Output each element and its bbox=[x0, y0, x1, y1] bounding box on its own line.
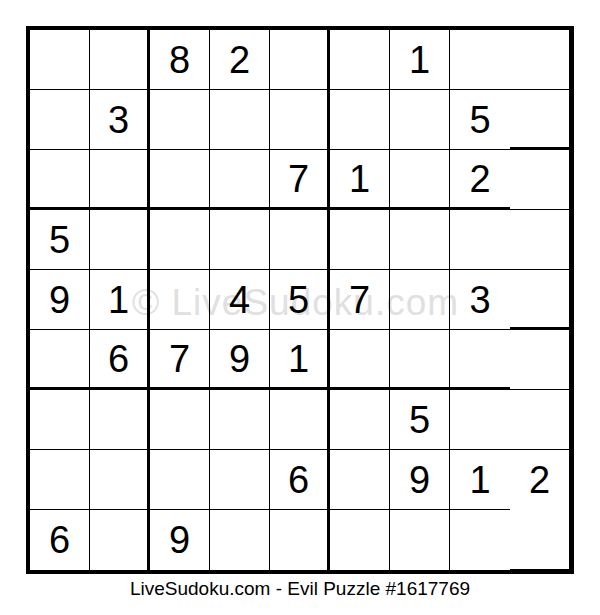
cell-r7c7[interactable]: 5 bbox=[390, 390, 450, 450]
cell-r9c8[interactable] bbox=[450, 510, 510, 570]
cell-r3c5[interactable]: 7 bbox=[270, 150, 330, 210]
cell-r6c2[interactable]: 6 bbox=[90, 330, 150, 390]
cell-r7c9[interactable] bbox=[510, 390, 570, 450]
cell-r7c1[interactable] bbox=[30, 390, 90, 450]
cell-r9c7[interactable] bbox=[390, 510, 450, 570]
cell-r5c7[interactable] bbox=[390, 270, 450, 330]
cell-r1c3[interactable]: 8 bbox=[150, 30, 210, 90]
cell-r5c6[interactable]: 7 bbox=[330, 270, 390, 330]
cell-r4c5[interactable] bbox=[270, 210, 330, 270]
cell-r1c5[interactable] bbox=[270, 30, 330, 90]
cell-r1c2[interactable] bbox=[90, 30, 150, 90]
cell-r5c9[interactable] bbox=[510, 270, 570, 330]
cell-r8c2[interactable] bbox=[90, 450, 150, 510]
cell-r7c3[interactable] bbox=[150, 390, 210, 450]
cell-r2c4[interactable] bbox=[210, 90, 270, 150]
cell-r8c8[interactable]: 1 bbox=[450, 450, 510, 510]
cell-r6c3[interactable]: 7 bbox=[150, 330, 210, 390]
cell-r2c1[interactable] bbox=[30, 90, 90, 150]
cell-r3c4[interactable] bbox=[210, 150, 270, 210]
cell-r2c6[interactable] bbox=[330, 90, 390, 150]
cell-r9c3[interactable]: 9 bbox=[150, 510, 210, 570]
cell-r2c3[interactable] bbox=[150, 90, 210, 150]
cell-r3c7[interactable] bbox=[390, 150, 450, 210]
cell-r7c2[interactable] bbox=[90, 390, 150, 450]
cell-r9c1[interactable]: 6 bbox=[30, 510, 90, 570]
cell-r3c2[interactable] bbox=[90, 150, 150, 210]
cell-r2c7[interactable] bbox=[390, 90, 450, 150]
cell-r1c6[interactable] bbox=[330, 30, 390, 90]
cell-r6c9[interactable] bbox=[510, 330, 570, 390]
cell-r3c3[interactable] bbox=[150, 150, 210, 210]
cell-r8c1[interactable] bbox=[30, 450, 90, 510]
cell-r9c4[interactable] bbox=[210, 510, 270, 570]
cell-r1c7[interactable]: 1 bbox=[390, 30, 450, 90]
cell-r6c5[interactable]: 1 bbox=[270, 330, 330, 390]
cell-r1c4[interactable]: 2 bbox=[210, 30, 270, 90]
cell-r7c4[interactable] bbox=[210, 390, 270, 450]
cell-r8c5[interactable]: 6 bbox=[270, 450, 330, 510]
cell-r4c6[interactable] bbox=[330, 210, 390, 270]
cell-r5c1[interactable]: 9 bbox=[30, 270, 90, 330]
cell-r4c4[interactable] bbox=[210, 210, 270, 270]
cell-r5c2[interactable]: 1 bbox=[90, 270, 150, 330]
cell-r3c9[interactable] bbox=[510, 150, 570, 210]
cell-r8c6[interactable] bbox=[330, 450, 390, 510]
cell-r4c8[interactable] bbox=[450, 210, 510, 270]
cell-r5c8[interactable]: 3 bbox=[450, 270, 510, 330]
cell-r6c1[interactable] bbox=[30, 330, 90, 390]
cell-r7c6[interactable] bbox=[330, 390, 390, 450]
cell-r5c4[interactable]: 4 bbox=[210, 270, 270, 330]
cell-r4c3[interactable] bbox=[150, 210, 210, 270]
cell-r9c6[interactable] bbox=[330, 510, 390, 570]
cell-r1c9[interactable] bbox=[510, 30, 570, 90]
page: © LiveSudoku.com 82135712591457367915691… bbox=[0, 0, 600, 615]
caption: LiveSudoku.com - Evil Puzzle #1617769 bbox=[0, 577, 600, 601]
cell-r5c3[interactable] bbox=[150, 270, 210, 330]
cell-r8c3[interactable] bbox=[150, 450, 210, 510]
cell-r7c5[interactable] bbox=[270, 390, 330, 450]
cell-r6c8[interactable] bbox=[450, 330, 510, 390]
cell-r2c8[interactable]: 5 bbox=[450, 90, 510, 150]
cell-r6c4[interactable]: 9 bbox=[210, 330, 270, 390]
cell-r4c1[interactable]: 5 bbox=[30, 210, 90, 270]
cell-r4c7[interactable] bbox=[390, 210, 450, 270]
cell-r9c5[interactable] bbox=[270, 510, 330, 570]
cell-r3c1[interactable] bbox=[30, 150, 90, 210]
cell-r2c5[interactable] bbox=[270, 90, 330, 150]
cell-r7c8[interactable] bbox=[450, 390, 510, 450]
cell-r3c6[interactable]: 1 bbox=[330, 150, 390, 210]
cell-r4c9[interactable] bbox=[510, 210, 570, 270]
cell-r8c7[interactable]: 9 bbox=[390, 450, 450, 510]
cell-r3c8[interactable]: 2 bbox=[450, 150, 510, 210]
cell-r5c5[interactable]: 5 bbox=[270, 270, 330, 330]
cell-r2c9[interactable] bbox=[510, 90, 570, 150]
cell-r8c4[interactable] bbox=[210, 450, 270, 510]
cell-r9c2[interactable] bbox=[90, 510, 150, 570]
cell-r2c2[interactable]: 3 bbox=[90, 90, 150, 150]
cell-r1c1[interactable] bbox=[30, 30, 90, 90]
cell-r6c7[interactable] bbox=[390, 330, 450, 390]
cell-r1c8[interactable] bbox=[450, 30, 510, 90]
cell-r6c6[interactable] bbox=[330, 330, 390, 390]
sudoku-board: © LiveSudoku.com 82135712591457367915691… bbox=[26, 26, 574, 574]
cell-r8c9[interactable]: 2 bbox=[510, 450, 570, 510]
cell-r4c2[interactable] bbox=[90, 210, 150, 270]
cell-r9c9[interactable] bbox=[510, 510, 570, 570]
